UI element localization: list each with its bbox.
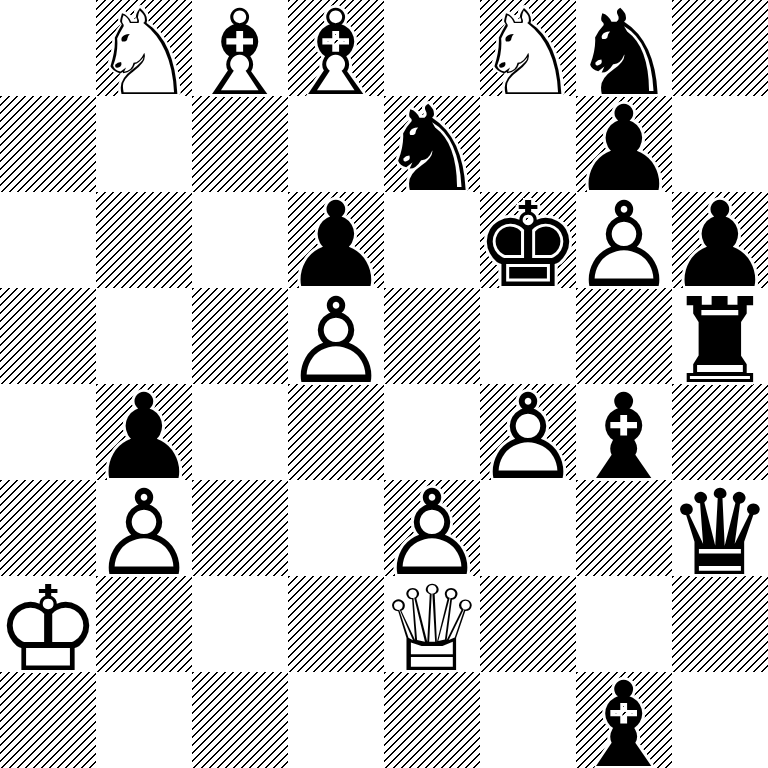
black-king-icon: ♚ xyxy=(475,186,581,304)
piece-white-king[interactable]: ♚♔ xyxy=(0,576,96,672)
piece-black-rook[interactable]: ♜♜ xyxy=(672,288,768,384)
square-h3[interactable]: ♛♛ xyxy=(672,480,768,576)
square-c4[interactable] xyxy=(192,384,288,480)
square-c2[interactable] xyxy=(192,576,288,672)
square-e5[interactable] xyxy=(384,288,480,384)
square-b6[interactable] xyxy=(96,192,192,288)
white-knight-icon: ♘ xyxy=(91,0,197,112)
white-bishop-icon: ♗ xyxy=(187,0,293,112)
square-h5[interactable]: ♜♜ xyxy=(672,288,768,384)
square-f2[interactable] xyxy=(480,576,576,672)
square-f4[interactable]: ♟♙ xyxy=(480,384,576,480)
piece-white-pawn[interactable]: ♟♙ xyxy=(96,480,192,576)
white-king-icon: ♔ xyxy=(0,570,101,688)
square-f6[interactable]: ♚♚ xyxy=(480,192,576,288)
square-h1[interactable] xyxy=(672,672,768,768)
piece-white-pawn[interactable]: ♟♙ xyxy=(576,192,672,288)
square-d1[interactable] xyxy=(288,672,384,768)
piece-black-knight[interactable]: ♞♞ xyxy=(384,96,480,192)
white-pawn-icon: ♙ xyxy=(91,474,197,592)
square-d5[interactable]: ♟♙ xyxy=(288,288,384,384)
white-pawn-icon: ♙ xyxy=(571,186,677,304)
white-pawn-icon: ♙ xyxy=(283,282,389,400)
black-queen-icon: ♛ xyxy=(667,474,768,592)
piece-white-pawn[interactable]: ♟♙ xyxy=(288,288,384,384)
square-e2[interactable]: ♛♕ xyxy=(384,576,480,672)
square-d2[interactable] xyxy=(288,576,384,672)
white-pawn-icon: ♙ xyxy=(475,378,581,496)
piece-white-knight[interactable]: ♞♘ xyxy=(96,0,192,96)
piece-black-bishop[interactable]: ♝♝ xyxy=(576,384,672,480)
square-b8[interactable]: ♞♘ xyxy=(96,0,192,96)
piece-white-queen[interactable]: ♛♕ xyxy=(384,576,480,672)
square-h8[interactable] xyxy=(672,0,768,96)
square-c1[interactable] xyxy=(192,672,288,768)
square-a6[interactable] xyxy=(0,192,96,288)
white-queen-icon: ♕ xyxy=(379,570,485,688)
piece-black-bishop[interactable]: ♝♝ xyxy=(576,672,672,768)
square-g4[interactable]: ♝♝ xyxy=(576,384,672,480)
black-bishop-icon: ♝ xyxy=(571,378,677,496)
black-knight-icon: ♞ xyxy=(379,90,485,208)
square-b3[interactable]: ♟♙ xyxy=(96,480,192,576)
chess-board: ♞♘♝♗♝♗♞♘♞♞♞♞♟♟♟♟♚♚♟♙♟♟♟♙♜♜♟♟♟♙♝♝♟♙♟♙♛♛♚♔… xyxy=(0,0,768,768)
black-bishop-icon: ♝ xyxy=(571,666,677,768)
piece-white-bishop[interactable]: ♝♗ xyxy=(288,0,384,96)
square-a7[interactable] xyxy=(0,96,96,192)
square-e7[interactable]: ♞♞ xyxy=(384,96,480,192)
square-c3[interactable] xyxy=(192,480,288,576)
piece-white-knight[interactable]: ♞♘ xyxy=(480,0,576,96)
square-f1[interactable] xyxy=(480,672,576,768)
piece-white-bishop[interactable]: ♝♗ xyxy=(192,0,288,96)
white-knight-icon: ♘ xyxy=(475,0,581,112)
square-c8[interactable]: ♝♗ xyxy=(192,0,288,96)
piece-black-queen[interactable]: ♛♛ xyxy=(672,480,768,576)
black-rook-icon: ♜ xyxy=(667,282,768,400)
square-b1[interactable] xyxy=(96,672,192,768)
piece-black-king[interactable]: ♚♚ xyxy=(480,192,576,288)
square-a5[interactable] xyxy=(0,288,96,384)
square-c5[interactable] xyxy=(192,288,288,384)
piece-white-pawn[interactable]: ♟♙ xyxy=(480,384,576,480)
square-g1[interactable]: ♝♝ xyxy=(576,672,672,768)
square-f8[interactable]: ♞♘ xyxy=(480,0,576,96)
square-c6[interactable] xyxy=(192,192,288,288)
white-bishop-icon: ♗ xyxy=(283,0,389,112)
square-a4[interactable] xyxy=(0,384,96,480)
square-a8[interactable] xyxy=(0,0,96,96)
square-g6[interactable]: ♟♙ xyxy=(576,192,672,288)
square-d8[interactable]: ♝♗ xyxy=(288,0,384,96)
square-d3[interactable] xyxy=(288,480,384,576)
square-a2[interactable]: ♚♔ xyxy=(0,576,96,672)
